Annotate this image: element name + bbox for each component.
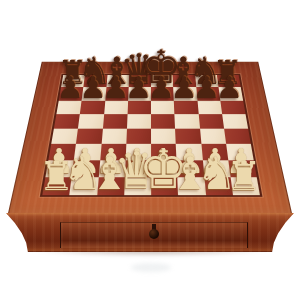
square-a5[interactable] bbox=[54, 114, 80, 128]
square-g5[interactable] bbox=[198, 114, 224, 128]
floor-reflection bbox=[131, 263, 171, 272]
square-e5[interactable] bbox=[151, 114, 175, 128]
chess-set-photo: ♜♞♝♛♚♝♞♜♟♟♟♟♟♟♟♟♟♟♟♟♟♟♟♟♜♞♝♛♚♝♞♜ bbox=[0, 0, 300, 300]
piece-white-rook-h1[interactable]: ♜ bbox=[226, 157, 262, 197]
square-b5[interactable] bbox=[78, 114, 104, 128]
drawer-knob[interactable] bbox=[149, 224, 159, 240]
piece-black-pawn-h7[interactable]: ♟ bbox=[216, 73, 243, 103]
drawer-front bbox=[60, 222, 248, 248]
square-h5[interactable] bbox=[222, 114, 248, 128]
box-body bbox=[6, 213, 294, 252]
square-d5[interactable] bbox=[127, 114, 151, 128]
square-c5[interactable] bbox=[102, 114, 127, 128]
square-f5[interactable] bbox=[175, 114, 200, 128]
knob-ball bbox=[149, 229, 159, 239]
